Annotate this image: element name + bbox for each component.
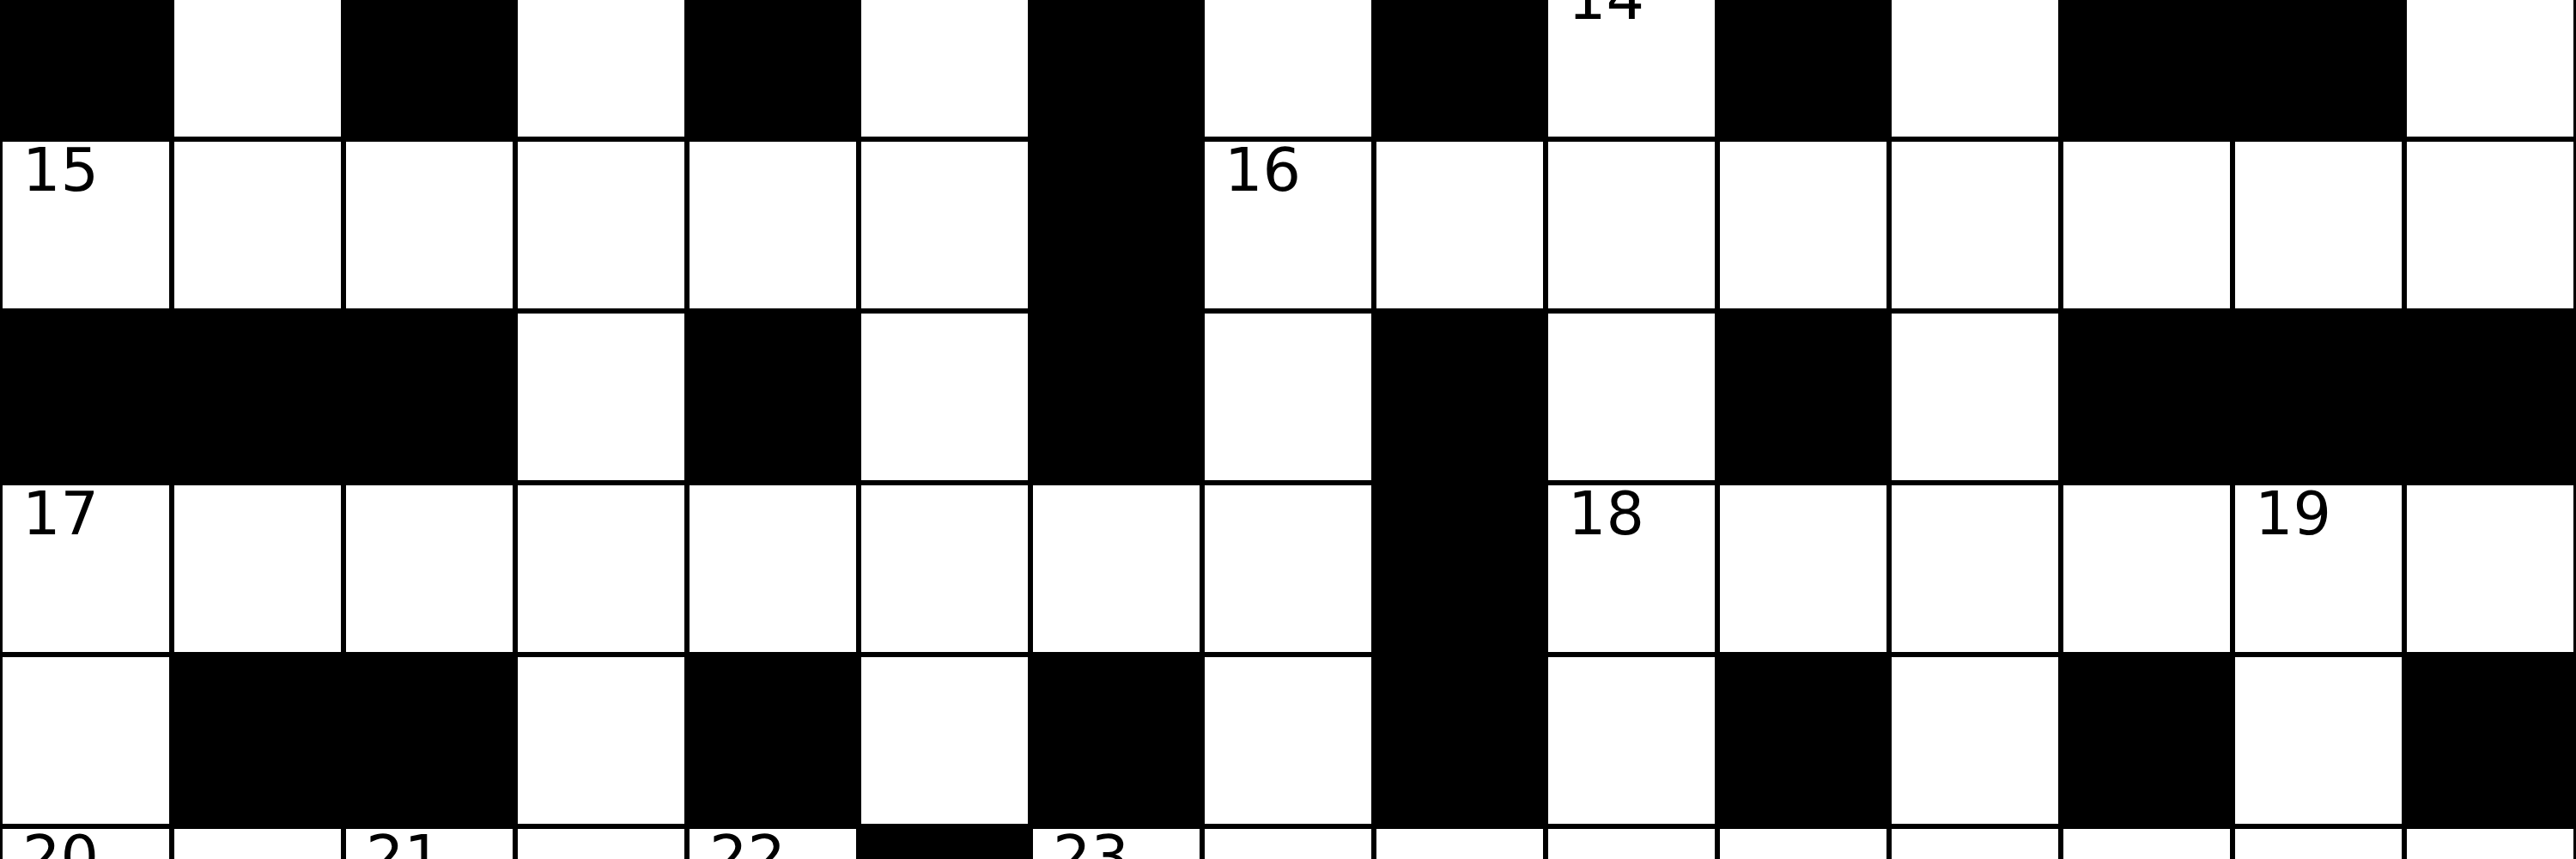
white-cell-r6-c4[interactable] xyxy=(515,826,687,859)
black-cell-r1-c1 xyxy=(0,0,172,139)
white-cell-r4-c4[interactable] xyxy=(515,483,687,655)
white-cell-r4-c10[interactable]: 18 xyxy=(1546,483,1717,655)
white-cell-r6-c1[interactable]: 20 xyxy=(0,826,172,859)
black-cell-r5-c2 xyxy=(172,655,343,826)
black-cell-r3-c5 xyxy=(687,311,859,483)
black-cell-r4-c9 xyxy=(1374,483,1546,655)
white-cell-r2-c14[interactable] xyxy=(2233,139,2404,311)
black-cell-r1-c3 xyxy=(343,0,515,139)
white-cell-r1-c4[interactable] xyxy=(515,0,687,139)
clue-number: 16 xyxy=(1224,140,1301,200)
white-cell-r2-c6[interactable] xyxy=(859,139,1030,311)
white-cell-r6-c11[interactable] xyxy=(1717,826,1889,859)
black-cell-r5-c9 xyxy=(1374,655,1546,826)
white-cell-r2-c9[interactable] xyxy=(1374,139,1546,311)
white-cell-r6-c5[interactable]: 22 xyxy=(687,826,859,859)
white-cell-r5-c6[interactable] xyxy=(859,655,1030,826)
white-cell-r2-c12[interactable] xyxy=(1889,139,2061,311)
white-cell-r2-c10[interactable] xyxy=(1546,139,1717,311)
white-cell-r2-c13[interactable] xyxy=(2061,139,2233,311)
black-cell-r5-c5 xyxy=(687,655,859,826)
white-cell-r2-c8[interactable]: 16 xyxy=(1202,139,1374,311)
white-cell-r4-c14[interactable]: 19 xyxy=(2233,483,2404,655)
white-cell-r1-c6[interactable] xyxy=(859,0,1030,139)
white-cell-r6-c15[interactable] xyxy=(2404,826,2576,859)
clue-number: 17 xyxy=(22,484,99,544)
black-cell-r5-c13 xyxy=(2061,655,2233,826)
black-cell-r6-c6 xyxy=(859,826,1030,859)
crossword-grid: 14151617181920212223 xyxy=(0,0,2576,859)
black-cell-r1-c7 xyxy=(1030,0,1202,139)
white-cell-r4-c6[interactable] xyxy=(859,483,1030,655)
white-cell-r2-c3[interactable] xyxy=(343,139,515,311)
white-cell-r4-c5[interactable] xyxy=(687,483,859,655)
white-cell-r5-c10[interactable] xyxy=(1546,655,1717,826)
black-cell-r1-c13 xyxy=(2061,0,2233,139)
clue-number: 21 xyxy=(366,827,442,859)
white-cell-r6-c7[interactable]: 23 xyxy=(1030,826,1202,859)
white-cell-r3-c4[interactable] xyxy=(515,311,687,483)
white-cell-r1-c10[interactable]: 14 xyxy=(1546,0,1717,139)
black-cell-r3-c1 xyxy=(0,311,172,483)
white-cell-r6-c13[interactable] xyxy=(2061,826,2233,859)
black-cell-r3-c2 xyxy=(172,311,343,483)
white-cell-r6-c3[interactable]: 21 xyxy=(343,826,515,859)
white-cell-r3-c12[interactable] xyxy=(1889,311,2061,483)
white-cell-r2-c2[interactable] xyxy=(172,139,343,311)
white-cell-r4-c15[interactable] xyxy=(2404,483,2576,655)
white-cell-r6-c9[interactable] xyxy=(1374,826,1546,859)
clue-number: 18 xyxy=(1568,484,1644,544)
white-cell-r5-c14[interactable] xyxy=(2233,655,2404,826)
black-cell-r5-c15 xyxy=(2404,655,2576,826)
white-cell-r5-c8[interactable] xyxy=(1202,655,1374,826)
white-cell-r6-c8[interactable] xyxy=(1202,826,1374,859)
crossword-viewport: 14151617181920212223 xyxy=(0,0,2576,859)
white-cell-r3-c6[interactable] xyxy=(859,311,1030,483)
white-cell-r4-c8[interactable] xyxy=(1202,483,1374,655)
black-cell-r3-c7 xyxy=(1030,311,1202,483)
white-cell-r4-c1[interactable]: 17 xyxy=(0,483,172,655)
white-cell-r4-c13[interactable] xyxy=(2061,483,2233,655)
white-cell-r1-c2[interactable] xyxy=(172,0,343,139)
black-cell-r3-c9 xyxy=(1374,311,1546,483)
white-cell-r1-c15[interactable] xyxy=(2404,0,2576,139)
white-cell-r5-c1[interactable] xyxy=(0,655,172,826)
clue-number: 22 xyxy=(709,827,786,859)
white-cell-r2-c4[interactable] xyxy=(515,139,687,311)
white-cell-r2-c5[interactable] xyxy=(687,139,859,311)
black-cell-r1-c9 xyxy=(1374,0,1546,139)
white-cell-r2-c11[interactable] xyxy=(1717,139,1889,311)
clue-number: 15 xyxy=(22,140,99,200)
white-cell-r6-c10[interactable] xyxy=(1546,826,1717,859)
black-cell-r5-c11 xyxy=(1717,655,1889,826)
white-cell-r4-c7[interactable] xyxy=(1030,483,1202,655)
black-cell-r1-c11 xyxy=(1717,0,1889,139)
black-cell-r3-c11 xyxy=(1717,311,1889,483)
clue-number: 14 xyxy=(1568,0,1644,28)
white-cell-r4-c3[interactable] xyxy=(343,483,515,655)
white-cell-r2-c1[interactable]: 15 xyxy=(0,139,172,311)
black-cell-r3-c13 xyxy=(2061,311,2233,483)
white-cell-r3-c8[interactable] xyxy=(1202,311,1374,483)
white-cell-r6-c12[interactable] xyxy=(1889,826,2061,859)
white-cell-r6-c2[interactable] xyxy=(172,826,343,859)
white-cell-r6-c14[interactable] xyxy=(2233,826,2404,859)
white-cell-r5-c4[interactable] xyxy=(515,655,687,826)
white-cell-r4-c11[interactable] xyxy=(1717,483,1889,655)
black-cell-r5-c3 xyxy=(343,655,515,826)
white-cell-r5-c12[interactable] xyxy=(1889,655,2061,826)
black-cell-r2-c7 xyxy=(1030,139,1202,311)
black-cell-r3-c14 xyxy=(2233,311,2404,483)
white-cell-r3-c10[interactable] xyxy=(1546,311,1717,483)
black-cell-r3-c3 xyxy=(343,311,515,483)
clue-number: 20 xyxy=(22,827,99,859)
white-cell-r4-c12[interactable] xyxy=(1889,483,2061,655)
black-cell-r1-c14 xyxy=(2233,0,2404,139)
clue-number: 19 xyxy=(2255,484,2331,544)
black-cell-r3-c15 xyxy=(2404,311,2576,483)
clue-number: 23 xyxy=(1053,827,1129,859)
black-cell-r1-c5 xyxy=(687,0,859,139)
white-cell-r1-c8[interactable] xyxy=(1202,0,1374,139)
white-cell-r4-c2[interactable] xyxy=(172,483,343,655)
black-cell-r5-c7 xyxy=(1030,655,1202,826)
white-cell-r1-c12[interactable] xyxy=(1889,0,2061,139)
white-cell-r2-c15[interactable] xyxy=(2404,139,2576,311)
